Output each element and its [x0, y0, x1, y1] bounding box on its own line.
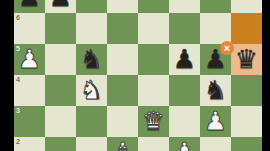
square-c7[interactable] — [76, 0, 107, 13]
square-h7[interactable] — [231, 0, 262, 13]
rank-label-6: 6 — [16, 14, 20, 21]
square-e6[interactable] — [138, 13, 169, 44]
piece-black-queen-h5[interactable]: ♛ — [231, 44, 262, 75]
square-d5[interactable] — [107, 44, 138, 75]
square-d2[interactable]: ♝ — [107, 137, 138, 151]
square-g3[interactable]: ♟ — [200, 106, 231, 137]
piece-white-bishop-d2[interactable]: ♝ — [107, 137, 138, 151]
square-f4[interactable] — [169, 75, 200, 106]
square-e3[interactable]: ♛ — [138, 106, 169, 137]
chess-board: ♟♟65♟♞♟♟♛4♞♞3♛♟2♝♟× — [14, 0, 262, 151]
square-h2[interactable] — [231, 137, 262, 151]
square-d6[interactable] — [107, 13, 138, 44]
piece-white-knight-c4[interactable]: ♞ — [76, 75, 107, 106]
rank-label-3: 3 — [16, 107, 20, 114]
square-b3[interactable] — [45, 106, 76, 137]
square-a3[interactable]: 3 — [14, 106, 45, 137]
square-b6[interactable] — [45, 13, 76, 44]
incorrect-move-x-icon: × — [220, 41, 234, 55]
square-f7[interactable] — [169, 0, 200, 13]
square-e7[interactable] — [138, 0, 169, 13]
piece-white-pawn-a5[interactable]: ♟ — [14, 44, 45, 75]
square-d3[interactable] — [107, 106, 138, 137]
square-c6[interactable] — [76, 13, 107, 44]
piece-black-pawn-f5[interactable]: ♟ — [169, 44, 200, 75]
square-g4[interactable]: ♞ — [200, 75, 231, 106]
square-d7[interactable] — [107, 0, 138, 13]
square-h3[interactable] — [231, 106, 262, 137]
square-f3[interactable] — [169, 106, 200, 137]
square-b2[interactable] — [45, 137, 76, 151]
square-e2[interactable] — [138, 137, 169, 151]
piece-black-knight-c5[interactable]: ♞ — [76, 44, 107, 75]
square-a2[interactable]: 2 — [14, 137, 45, 151]
rank-label-4: 4 — [16, 76, 20, 83]
piece-white-queen-e3[interactable]: ♛ — [138, 106, 169, 137]
square-c4[interactable]: ♞ — [76, 75, 107, 106]
square-a6[interactable]: 6 — [14, 13, 45, 44]
square-b7[interactable]: ♟ — [45, 0, 76, 13]
square-c2[interactable] — [76, 137, 107, 151]
piece-black-pawn-b7[interactable]: ♟ — [45, 0, 76, 13]
square-c5[interactable]: ♞ — [76, 44, 107, 75]
piece-white-pawn-g3[interactable]: ♟ — [200, 106, 231, 137]
square-b4[interactable] — [45, 75, 76, 106]
square-a5[interactable]: 5♟ — [14, 44, 45, 75]
square-f5[interactable]: ♟ — [169, 44, 200, 75]
square-h5[interactable]: ♛ — [231, 44, 262, 75]
square-b5[interactable] — [45, 44, 76, 75]
square-d4[interactable] — [107, 75, 138, 106]
chess-app-viewport: ♟♟65♟♞♟♟♛4♞♞3♛♟2♝♟× — [0, 0, 270, 151]
square-h4[interactable] — [231, 75, 262, 106]
square-f2[interactable]: ♟ — [169, 137, 200, 151]
square-a4[interactable]: 4 — [14, 75, 45, 106]
square-e5[interactable] — [138, 44, 169, 75]
square-e4[interactable] — [138, 75, 169, 106]
piece-black-knight-g4[interactable]: ♞ — [200, 75, 231, 106]
square-a7[interactable]: ♟ — [14, 0, 45, 13]
square-c3[interactable] — [76, 106, 107, 137]
square-g7[interactable] — [200, 0, 231, 13]
square-h6[interactable] — [231, 13, 262, 44]
square-g2[interactable] — [200, 137, 231, 151]
square-g6[interactable] — [200, 13, 231, 44]
square-f6[interactable] — [169, 13, 200, 44]
piece-black-pawn-a7[interactable]: ♟ — [14, 0, 45, 13]
piece-white-pawn-f2[interactable]: ♟ — [169, 137, 200, 151]
rank-label-2: 2 — [16, 138, 20, 145]
